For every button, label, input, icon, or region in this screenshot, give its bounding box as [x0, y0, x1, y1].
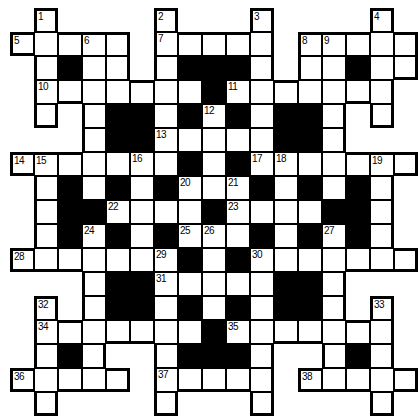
answer-cell-r4c10[interactable]: 11: [226, 80, 250, 104]
answer-cell-r1c7[interactable]: 2: [154, 8, 178, 32]
empty-space-r5c1: [10, 104, 34, 128]
empty-space-r10c1: [10, 224, 34, 248]
answer-cell-r17c2[interactable]: [34, 392, 58, 416]
answer-cell-r5c11[interactable]: [250, 104, 274, 128]
empty-space-r16c6: [130, 368, 154, 392]
answer-cell-r17c7[interactable]: [154, 392, 178, 416]
answer-cell-r16c7[interactable]: 37: [154, 368, 178, 392]
answer-cell-r4c7[interactable]: [154, 80, 178, 104]
empty-space-r4c1: [10, 80, 34, 104]
block-cell-r14c9: [202, 320, 226, 344]
answer-cell-r3c16[interactable]: [370, 56, 394, 80]
answer-cell-r4c13[interactable]: [298, 80, 322, 104]
empty-space-r1c13: [298, 8, 322, 32]
clue-number-36: 36: [14, 371, 24, 382]
answer-cell-r2c3[interactable]: [58, 32, 82, 56]
answer-cell-r10c4[interactable]: 24: [82, 224, 106, 248]
block-cell-r3c3: [58, 56, 82, 80]
answer-cell-r2c5[interactable]: [106, 32, 130, 56]
block-cell-r9c9: [202, 200, 226, 224]
answer-cell-r7c15[interactable]: [346, 152, 370, 176]
empty-space-r17c5: [106, 392, 130, 416]
answer-cell-r6c9[interactable]: [202, 128, 226, 152]
clue-number-16: 16: [132, 153, 142, 164]
answer-cell-r9c12[interactable]: [274, 200, 298, 224]
answer-cell-r6c4[interactable]: [82, 128, 106, 152]
block-cell-r11c8: [178, 248, 202, 272]
answer-cell-r2c8[interactable]: [178, 32, 202, 56]
block-cell-r5c12: [274, 104, 298, 128]
answer-cell-r1c11[interactable]: 3: [250, 8, 274, 32]
answer-cell-r16c9[interactable]: [202, 368, 226, 392]
answer-cell-r11c1[interactable]: 28: [10, 248, 34, 272]
block-cell-r5c13: [298, 104, 322, 128]
block-cell-r7c10: [226, 152, 250, 176]
answer-cell-r12c14[interactable]: [322, 272, 346, 296]
clue-number-23: 23: [228, 201, 238, 212]
clue-number-29: 29: [156, 249, 166, 260]
answer-cell-r12c8[interactable]: [178, 272, 202, 296]
answer-cell-r14c16[interactable]: [370, 320, 394, 344]
answer-cell-r11c4[interactable]: [82, 248, 106, 272]
answer-cell-r11c7[interactable]: 29: [154, 248, 178, 272]
answer-cell-r16c2[interactable]: [34, 368, 58, 392]
clue-number-11: 11: [228, 81, 237, 92]
answer-cell-r12c7[interactable]: 31: [154, 272, 178, 296]
answer-cell-r9c5[interactable]: 22: [106, 200, 130, 224]
empty-space-r5c15: [346, 104, 370, 128]
answer-cell-r2c17[interactable]: [394, 32, 418, 56]
answer-cell-r3c7[interactable]: [154, 56, 178, 80]
answer-cell-r6c7[interactable]: 13: [154, 128, 178, 152]
clue-number-26: 26: [204, 225, 214, 236]
block-cell-r12c12: [274, 272, 298, 296]
clue-number-8: 8: [302, 35, 307, 46]
answer-cell-r1c16[interactable]: 4: [370, 8, 394, 32]
clue-number-7: 7: [158, 33, 163, 44]
answer-cell-r10c10[interactable]: [226, 224, 250, 248]
answer-cell-r7c1[interactable]: 14: [10, 152, 34, 176]
answer-cell-r14c10[interactable]: 35: [226, 320, 250, 344]
answer-cell-r4c12[interactable]: [274, 80, 298, 104]
answer-cell-r11c12[interactable]: [274, 248, 298, 272]
answer-cell-r11c9[interactable]: [202, 248, 226, 272]
answer-cell-r10c14[interactable]: 27: [322, 224, 346, 248]
clue-number-32: 32: [38, 299, 48, 310]
block-cell-r3c8: [178, 56, 202, 80]
answer-cell-r11c15[interactable]: [346, 248, 370, 272]
answer-cell-r11c5[interactable]: [106, 248, 130, 272]
answer-cell-r16c13[interactable]: 38: [298, 368, 322, 392]
answer-cell-r4c14[interactable]: [322, 80, 346, 104]
block-cell-r10c3: [58, 224, 82, 248]
empty-space-r8c1: [10, 176, 34, 200]
answer-cell-r8c8[interactable]: 20: [178, 176, 202, 200]
answer-cell-r12c10[interactable]: [226, 272, 250, 296]
answer-cell-r4c16[interactable]: [370, 80, 394, 104]
empty-space-r17c8: [178, 392, 202, 416]
clue-number-35: 35: [228, 321, 238, 332]
block-cell-r9c14: [322, 200, 346, 224]
answer-cell-r5c9[interactable]: 12: [202, 104, 226, 128]
answer-cell-r16c10[interactable]: [226, 368, 250, 392]
block-cell-r10c5: [106, 224, 130, 248]
answer-cell-r7c12[interactable]: 18: [274, 152, 298, 176]
crossword-page: 1234567891011121314151617181920212223242…: [0, 0, 420, 418]
answer-cell-r4c2[interactable]: 10: [34, 80, 58, 104]
answer-cell-r3c2[interactable]: [34, 56, 58, 80]
block-cell-r10c7: [154, 224, 178, 248]
clue-number-22: 22: [108, 201, 118, 212]
answer-cell-r7c16[interactable]: 19: [370, 152, 394, 176]
answer-cell-r2c2[interactable]: [34, 32, 58, 56]
answer-cell-r16c1[interactable]: 36: [10, 368, 34, 392]
answer-cell-r10c8[interactable]: 25: [178, 224, 202, 248]
empty-space-r15c13: [298, 344, 322, 368]
block-cell-r10c11: [250, 224, 274, 248]
block-cell-r13c5: [106, 296, 130, 320]
answer-cell-r12c4[interactable]: [82, 272, 106, 296]
clue-number-34: 34: [38, 321, 48, 332]
block-cell-r3c9: [202, 56, 226, 80]
block-cell-r12c6: [130, 272, 154, 296]
answer-cell-r4c15[interactable]: [346, 80, 370, 104]
answer-cell-r15c2[interactable]: [34, 344, 58, 368]
answer-cell-r15c11[interactable]: [250, 344, 274, 368]
answer-cell-r4c5[interactable]: [106, 80, 130, 104]
block-cell-r15c15: [346, 344, 370, 368]
clue-number-27: 27: [324, 225, 334, 236]
block-cell-r8c3: [58, 176, 82, 200]
answer-cell-r8c10[interactable]: 21: [226, 176, 250, 200]
clue-number-37: 37: [158, 369, 168, 380]
answer-cell-r8c4[interactable]: [82, 176, 106, 200]
answer-cell-r10c2[interactable]: [34, 224, 58, 248]
clue-number-18: 18: [276, 153, 286, 164]
answer-cell-r5c2[interactable]: [34, 104, 58, 128]
clue-number-17: 17: [252, 153, 262, 164]
answer-cell-r2c9[interactable]: [202, 32, 226, 56]
empty-space-r6c17: [394, 128, 418, 152]
empty-space-r17c9: [202, 392, 226, 416]
block-cell-r8c5: [106, 176, 130, 200]
answer-cell-r3c4[interactable]: [82, 56, 106, 80]
answer-cell-r14c11[interactable]: [250, 320, 274, 344]
block-cell-r9c4: [82, 200, 106, 224]
block-cell-r13c12: [274, 296, 298, 320]
empty-space-r12c15: [346, 272, 370, 296]
answer-cell-r9c8[interactable]: [178, 200, 202, 224]
empty-space-r3c6: [130, 56, 154, 80]
answer-cell-r5c14[interactable]: [322, 104, 346, 128]
clue-number-9: 9: [324, 35, 329, 46]
block-cell-r5c10: [226, 104, 250, 128]
answer-cell-r17c16[interactable]: [370, 392, 394, 416]
answer-cell-r3c14[interactable]: [322, 56, 346, 80]
empty-space-r1c14: [322, 8, 346, 32]
block-cell-r8c11: [250, 176, 274, 200]
answer-cell-r2c1[interactable]: 5: [10, 32, 34, 56]
answer-cell-r7c13[interactable]: [298, 152, 322, 176]
clue-number-6: 6: [84, 35, 89, 46]
block-cell-r12c13: [298, 272, 322, 296]
clue-number-14: 14: [14, 155, 24, 166]
empty-space-r13c1: [10, 296, 34, 320]
clue-number-1: 1: [38, 11, 43, 22]
clue-number-20: 20: [180, 177, 190, 188]
answer-cell-r7c6[interactable]: 16: [130, 152, 154, 176]
empty-space-r16c12: [274, 368, 298, 392]
empty-space-r2c12: [274, 32, 298, 56]
answer-cell-r8c2[interactable]: [34, 176, 58, 200]
answer-cell-r2c10[interactable]: [226, 32, 250, 56]
empty-space-r17c12: [274, 392, 298, 416]
answer-cell-r10c6[interactable]: [130, 224, 154, 248]
empty-space-r12c16: [370, 272, 394, 296]
answer-cell-r13c4[interactable]: [82, 296, 106, 320]
empty-space-r12c17: [394, 272, 418, 296]
answer-cell-r9c16[interactable]: [370, 200, 394, 224]
block-cell-r6c13: [298, 128, 322, 152]
block-cell-r15c3: [58, 344, 82, 368]
answer-cell-r16c11[interactable]: [250, 368, 274, 392]
answer-cell-r15c16[interactable]: [370, 344, 394, 368]
answer-cell-r7c7[interactable]: [154, 152, 178, 176]
answer-cell-r6c8[interactable]: [178, 128, 202, 152]
block-cell-r15c8: [178, 344, 202, 368]
empty-space-r17c14: [322, 392, 346, 416]
empty-space-r1c9: [202, 8, 226, 32]
answer-cell-r12c9[interactable]: [202, 272, 226, 296]
block-cell-r6c6: [130, 128, 154, 152]
clue-number-5: 5: [14, 35, 19, 46]
block-cell-r8c15: [346, 176, 370, 200]
answer-cell-r4c11[interactable]: [250, 80, 274, 104]
answer-cell-r16c3[interactable]: [58, 368, 82, 392]
answer-cell-r16c15[interactable]: [346, 368, 370, 392]
block-cell-r13c6: [130, 296, 154, 320]
answer-cell-r16c8[interactable]: [178, 368, 202, 392]
answer-cell-r3c13[interactable]: [298, 56, 322, 80]
clue-number-15: 15: [36, 155, 46, 166]
answer-cell-r2c4[interactable]: 6: [82, 32, 106, 56]
clue-number-28: 28: [14, 251, 24, 262]
empty-space-r10c17: [394, 224, 418, 248]
answer-cell-r11c17[interactable]: [394, 248, 418, 272]
answer-cell-r7c11[interactable]: 17: [250, 152, 274, 176]
block-cell-r3c15: [346, 56, 370, 80]
block-cell-r13c10: [226, 296, 250, 320]
answer-cell-r11c6[interactable]: [130, 248, 154, 272]
answer-cell-r11c16[interactable]: [370, 248, 394, 272]
answer-cell-r14c4[interactable]: [82, 320, 106, 344]
answer-cell-r10c12[interactable]: [274, 224, 298, 248]
clue-number-30: 30: [252, 249, 262, 260]
answer-cell-r11c3[interactable]: [58, 248, 82, 272]
answer-cell-r2c11[interactable]: [250, 32, 274, 56]
answer-cell-r4c3[interactable]: [58, 80, 82, 104]
answer-cell-r8c9[interactable]: [202, 176, 226, 200]
clue-number-12: 12: [204, 105, 214, 116]
clue-number-33: 33: [374, 299, 384, 310]
answer-cell-r14c13[interactable]: [298, 320, 322, 344]
answer-cell-r4c4[interactable]: [82, 80, 106, 104]
empty-space-r8c17: [394, 176, 418, 200]
block-cell-r15c9: [202, 344, 226, 368]
answer-cell-r6c14[interactable]: [322, 128, 346, 152]
answer-cell-r9c6[interactable]: [130, 200, 154, 224]
empty-space-r1c10: [226, 8, 250, 32]
answer-cell-r14c14[interactable]: [322, 320, 346, 344]
block-cell-r9c3: [58, 200, 82, 224]
empty-space-r12c3: [58, 272, 82, 296]
answer-cell-r17c11[interactable]: [250, 392, 274, 416]
empty-space-r1c15: [346, 8, 370, 32]
empty-space-r17c10: [226, 392, 250, 416]
block-cell-r13c13: [298, 296, 322, 320]
answer-cell-r15c4[interactable]: [82, 344, 106, 368]
empty-space-r3c12: [274, 56, 298, 80]
answer-cell-r9c7[interactable]: [154, 200, 178, 224]
answer-cell-r11c13[interactable]: [298, 248, 322, 272]
empty-space-r1c3: [58, 8, 82, 32]
clue-number-21: 21: [228, 177, 238, 188]
answer-cell-r5c7[interactable]: [154, 104, 178, 128]
answer-cell-r16c14[interactable]: [322, 368, 346, 392]
answer-cell-r8c14[interactable]: [322, 176, 346, 200]
block-cell-r6c12: [274, 128, 298, 152]
answer-cell-r7c2[interactable]: 15: [34, 152, 58, 176]
empty-space-r13c3: [58, 296, 82, 320]
answer-cell-r3c17[interactable]: [394, 56, 418, 80]
answer-cell-r15c14[interactable]: [322, 344, 346, 368]
answer-cell-r3c5[interactable]: [106, 56, 130, 80]
empty-space-r1c6: [130, 8, 154, 32]
answer-cell-r14c6[interactable]: [130, 320, 154, 344]
answer-cell-r16c16[interactable]: [370, 368, 394, 392]
clue-number-38: 38: [302, 371, 312, 382]
empty-space-r14c17: [394, 320, 418, 344]
answer-cell-r16c17[interactable]: [394, 368, 418, 392]
answer-cell-r10c9[interactable]: 26: [202, 224, 226, 248]
answer-cell-r2c14[interactable]: 9: [322, 32, 346, 56]
answer-cell-r6c11[interactable]: [250, 128, 274, 152]
block-cell-r13c8: [178, 296, 202, 320]
block-cell-r8c13: [298, 176, 322, 200]
empty-space-r6c1: [10, 128, 34, 152]
empty-space-r6c3: [58, 128, 82, 152]
answer-cell-r9c10[interactable]: 23: [226, 200, 250, 224]
empty-space-r4c17: [394, 80, 418, 104]
answer-cell-r12c11[interactable]: [250, 272, 274, 296]
answer-cell-r13c2[interactable]: 32: [34, 296, 58, 320]
answer-cell-r14c15[interactable]: [346, 320, 370, 344]
answer-cell-r13c14[interactable]: [322, 296, 346, 320]
block-cell-r9c15: [346, 200, 370, 224]
answer-cell-r7c14[interactable]: [322, 152, 346, 176]
answer-cell-r5c4[interactable]: [82, 104, 106, 128]
answer-cell-r11c11[interactable]: 30: [250, 248, 274, 272]
block-cell-r5c6: [130, 104, 154, 128]
answer-cell-r14c8[interactable]: [178, 320, 202, 344]
empty-space-r17c15: [346, 392, 370, 416]
answer-cell-r13c16[interactable]: 33: [370, 296, 394, 320]
answer-cell-r13c7[interactable]: [154, 296, 178, 320]
answer-cell-r8c16[interactable]: [370, 176, 394, 200]
answer-cell-r7c4[interactable]: [82, 152, 106, 176]
empty-space-r5c17: [394, 104, 418, 128]
empty-space-r15c5: [106, 344, 130, 368]
empty-space-r6c15: [346, 128, 370, 152]
answer-cell-r16c4[interactable]: [82, 368, 106, 392]
answer-cell-r2c15[interactable]: [346, 32, 370, 56]
empty-space-r13c15: [346, 296, 370, 320]
clue-number-4: 4: [374, 11, 379, 22]
answer-cell-r9c2[interactable]: [34, 200, 58, 224]
answer-cell-r16c5[interactable]: [106, 368, 130, 392]
answer-cell-r15c7[interactable]: [154, 344, 178, 368]
answer-cell-r11c2[interactable]: [34, 248, 58, 272]
block-cell-r10c13: [298, 224, 322, 248]
empty-space-r15c12: [274, 344, 298, 368]
answer-cell-r9c11[interactable]: [250, 200, 274, 224]
answer-cell-r3c11[interactable]: [250, 56, 274, 80]
answer-cell-r14c3[interactable]: [58, 320, 82, 344]
answer-cell-r14c2[interactable]: 34: [34, 320, 58, 344]
answer-cell-r6c10[interactable]: [226, 128, 250, 152]
answer-cell-r14c7[interactable]: [154, 320, 178, 344]
answer-cell-r5c16[interactable]: [370, 104, 394, 128]
answer-cell-r10c16[interactable]: [370, 224, 394, 248]
empty-space-r1c17: [394, 8, 418, 32]
block-cell-r15c10: [226, 344, 250, 368]
answer-cell-r8c12[interactable]: [274, 176, 298, 200]
empty-space-r9c17: [394, 200, 418, 224]
answer-cell-r13c11[interactable]: [250, 296, 274, 320]
answer-cell-r8c6[interactable]: [130, 176, 154, 200]
answer-cell-r1c2[interactable]: 1: [34, 8, 58, 32]
empty-space-r17c4: [82, 392, 106, 416]
answer-cell-r9c13[interactable]: [298, 200, 322, 224]
answer-cell-r7c5[interactable]: [106, 152, 130, 176]
answer-cell-r7c3[interactable]: [58, 152, 82, 176]
block-cell-r3c10: [226, 56, 250, 80]
answer-cell-r2c13[interactable]: 8: [298, 32, 322, 56]
clue-number-24: 24: [84, 225, 94, 236]
empty-space-r15c6: [130, 344, 154, 368]
answer-cell-r4c6[interactable]: [130, 80, 154, 104]
answer-cell-r4c8[interactable]: [178, 80, 202, 104]
answer-cell-r14c5[interactable]: [106, 320, 130, 344]
empty-space-r15c1: [10, 344, 34, 368]
answer-cell-r2c7[interactable]: 7: [154, 32, 178, 56]
block-cell-r8c7: [154, 176, 178, 200]
answer-cell-r14c12[interactable]: [274, 320, 298, 344]
answer-cell-r13c9[interactable]: [202, 296, 226, 320]
empty-space-r12c2: [34, 272, 58, 296]
empty-space-r1c12: [274, 8, 298, 32]
block-cell-r10c15: [346, 224, 370, 248]
answer-cell-r2c16[interactable]: [370, 32, 394, 56]
answer-cell-r11c14[interactable]: [322, 248, 346, 272]
empty-space-r3c1: [10, 56, 34, 80]
answer-cell-r7c17[interactable]: [394, 152, 418, 176]
answer-cell-r7c9[interactable]: [202, 152, 226, 176]
empty-space-r2c6: [130, 32, 154, 56]
block-cell-r4c9: [202, 80, 226, 104]
empty-space-r17c17: [394, 392, 418, 416]
empty-space-r15c17: [394, 344, 418, 368]
